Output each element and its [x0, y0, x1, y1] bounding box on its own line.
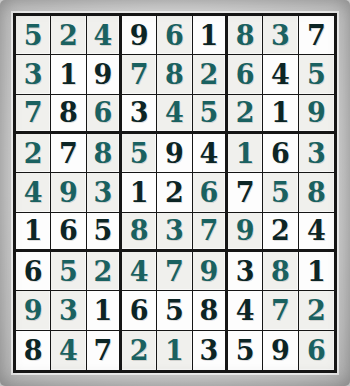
cell-r1c3[interactable]: 4 — [87, 16, 122, 55]
cell-r8c9[interactable]: 2 — [299, 291, 334, 330]
cell-r4c6[interactable]: 4 — [193, 134, 228, 173]
cell-r4c1[interactable]: 2 — [16, 134, 51, 173]
cell-r8c3[interactable]: 1 — [87, 291, 122, 330]
cell-r1c2[interactable]: 2 — [51, 16, 86, 55]
page-background: 5249618373197826457863452192785941634931… — [0, 0, 350, 386]
cell-r9c3[interactable]: 7 — [87, 331, 122, 370]
cell-r4c3[interactable]: 8 — [87, 134, 122, 173]
cell-r8c4[interactable]: 6 — [122, 291, 157, 330]
cell-r2c3[interactable]: 9 — [87, 55, 122, 94]
cell-r3c5[interactable]: 4 — [157, 95, 192, 134]
cell-r5c6[interactable]: 6 — [193, 173, 228, 212]
cell-r9c2[interactable]: 4 — [51, 331, 86, 370]
cell-r1c5[interactable]: 6 — [157, 16, 192, 55]
cell-r8c6[interactable]: 8 — [193, 291, 228, 330]
cell-r3c4[interactable]: 3 — [122, 95, 157, 134]
cell-r6c2[interactable]: 6 — [51, 213, 86, 252]
cell-r7c6[interactable]: 9 — [193, 252, 228, 291]
cell-r2c2[interactable]: 1 — [51, 55, 86, 94]
cell-r2c9[interactable]: 5 — [299, 55, 334, 94]
cell-r8c1[interactable]: 9 — [16, 291, 51, 330]
cell-r2c4[interactable]: 7 — [122, 55, 157, 94]
cell-r7c5[interactable]: 7 — [157, 252, 192, 291]
cell-r5c5[interactable]: 2 — [157, 173, 192, 212]
cell-r3c1[interactable]: 7 — [16, 95, 51, 134]
cell-r4c8[interactable]: 6 — [263, 134, 298, 173]
cell-r7c1[interactable]: 6 — [16, 252, 51, 291]
cell-r6c3[interactable]: 5 — [87, 213, 122, 252]
cell-r2c6[interactable]: 2 — [193, 55, 228, 94]
cell-r5c2[interactable]: 9 — [51, 173, 86, 212]
cell-r5c9[interactable]: 8 — [299, 173, 334, 212]
cell-r8c2[interactable]: 3 — [51, 291, 86, 330]
cell-r4c7[interactable]: 1 — [228, 134, 263, 173]
cell-r4c2[interactable]: 7 — [51, 134, 86, 173]
cell-r8c8[interactable]: 7 — [263, 291, 298, 330]
cell-r6c5[interactable]: 3 — [157, 213, 192, 252]
cell-r6c1[interactable]: 1 — [16, 213, 51, 252]
cell-r5c3[interactable]: 3 — [87, 173, 122, 212]
cell-r1c4[interactable]: 9 — [122, 16, 157, 55]
cell-r2c1[interactable]: 3 — [16, 55, 51, 94]
cell-r5c1[interactable]: 4 — [16, 173, 51, 212]
cell-r6c9[interactable]: 4 — [299, 213, 334, 252]
cell-r5c4[interactable]: 1 — [122, 173, 157, 212]
cell-r3c7[interactable]: 2 — [228, 95, 263, 134]
cell-r2c8[interactable]: 4 — [263, 55, 298, 94]
cell-r1c7[interactable]: 8 — [228, 16, 263, 55]
cell-r4c4[interactable]: 5 — [122, 134, 157, 173]
cell-r3c8[interactable]: 1 — [263, 95, 298, 134]
cell-r9c9[interactable]: 6 — [299, 331, 334, 370]
cell-r1c1[interactable]: 5 — [16, 16, 51, 55]
cell-r5c8[interactable]: 5 — [263, 173, 298, 212]
cell-r5c7[interactable]: 7 — [228, 173, 263, 212]
cell-r1c8[interactable]: 3 — [263, 16, 298, 55]
cell-r7c8[interactable]: 8 — [263, 252, 298, 291]
cell-r9c8[interactable]: 9 — [263, 331, 298, 370]
cell-r7c3[interactable]: 2 — [87, 252, 122, 291]
cell-r7c2[interactable]: 5 — [51, 252, 86, 291]
cell-r6c4[interactable]: 8 — [122, 213, 157, 252]
cell-r3c2[interactable]: 8 — [51, 95, 86, 134]
cell-r9c5[interactable]: 1 — [157, 331, 192, 370]
cell-r3c6[interactable]: 5 — [193, 95, 228, 134]
cell-r1c9[interactable]: 7 — [299, 16, 334, 55]
cell-r6c7[interactable]: 9 — [228, 213, 263, 252]
cell-r6c8[interactable]: 2 — [263, 213, 298, 252]
cell-r3c3[interactable]: 6 — [87, 95, 122, 134]
cell-r9c6[interactable]: 3 — [193, 331, 228, 370]
cell-r9c4[interactable]: 2 — [122, 331, 157, 370]
cell-r1c6[interactable]: 1 — [193, 16, 228, 55]
cell-r4c9[interactable]: 3 — [299, 134, 334, 173]
cell-r4c5[interactable]: 9 — [157, 134, 192, 173]
cell-r8c7[interactable]: 4 — [228, 291, 263, 330]
cell-r3c9[interactable]: 9 — [299, 95, 334, 134]
cell-r8c5[interactable]: 5 — [157, 291, 192, 330]
cell-r7c4[interactable]: 4 — [122, 252, 157, 291]
cell-r7c9[interactable]: 1 — [299, 252, 334, 291]
cell-r9c7[interactable]: 5 — [228, 331, 263, 370]
cell-r7c7[interactable]: 3 — [228, 252, 263, 291]
sudoku-board: 5249618373197826457863452192785941634931… — [13, 13, 337, 373]
cell-r9c1[interactable]: 8 — [16, 331, 51, 370]
cell-r2c5[interactable]: 8 — [157, 55, 192, 94]
cell-r2c7[interactable]: 6 — [228, 55, 263, 94]
cell-r6c6[interactable]: 7 — [193, 213, 228, 252]
